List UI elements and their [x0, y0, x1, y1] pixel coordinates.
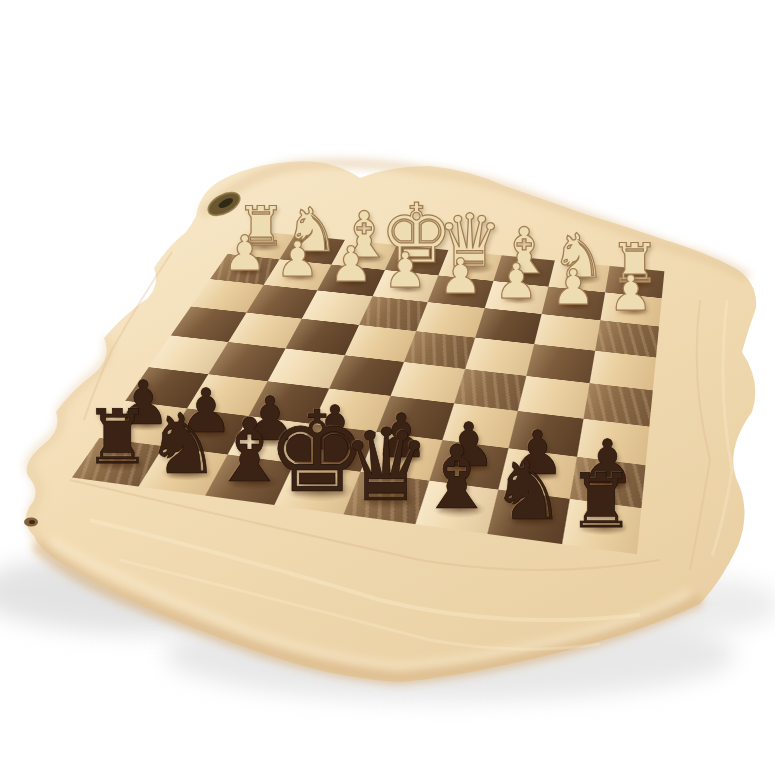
piece-black-rook-h8[interactable]: ♜: [84, 401, 151, 476]
piece-white-pawn-f2[interactable]: ♟: [329, 240, 373, 289]
product-photo-scene: ♜♞♝♚♛♝♞♜♟♟♟♟♟♟♟♟♟♟♟♟♟♟♟♟♜♞♝♚♛♝♞♜: [0, 0, 775, 775]
pieces-layer: ♜♞♝♚♛♝♞♜♟♟♟♟♟♟♟♟♟♟♟♟♟♟♟♟♜♞♝♚♛♝♞♜: [0, 0, 775, 775]
piece-black-bishop-c8[interactable]: ♝: [417, 435, 496, 523]
piece-white-pawn-h2[interactable]: ♟: [223, 229, 267, 278]
piece-white-pawn-b2[interactable]: ♟: [551, 264, 595, 313]
piece-white-pawn-a2[interactable]: ♟: [609, 270, 653, 319]
piece-white-pawn-c2[interactable]: ♟: [495, 258, 539, 307]
piece-black-rook-a8[interactable]: ♜: [568, 465, 635, 540]
piece-white-pawn-e2[interactable]: ♟: [384, 246, 428, 295]
piece-black-knight-b8[interactable]: ♞: [491, 448, 566, 531]
piece-white-pawn-g2[interactable]: ♟: [276, 235, 320, 284]
piece-white-pawn-d2[interactable]: ♟: [439, 252, 483, 301]
